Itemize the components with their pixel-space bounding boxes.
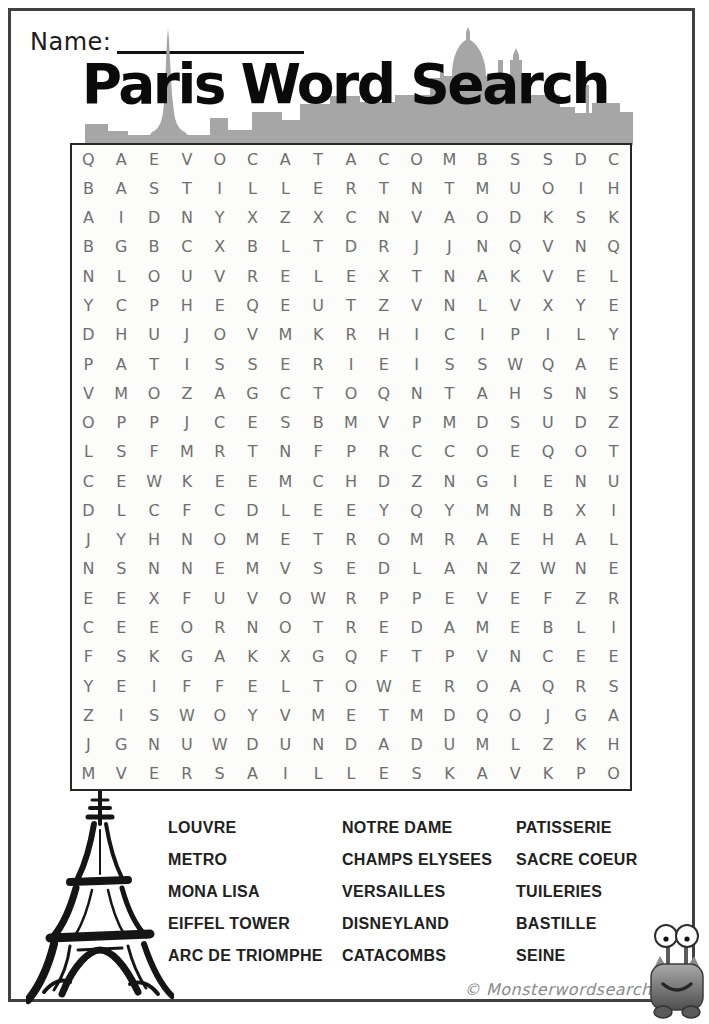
grid-cell[interactable]: E (269, 262, 302, 291)
grid-cell[interactable]: F (203, 672, 236, 701)
grid-cell[interactable]: R (335, 321, 368, 350)
grid-cell[interactable]: C (433, 321, 466, 350)
grid-cell[interactable]: N (138, 555, 171, 584)
grid-cell[interactable]: N (236, 613, 269, 642)
grid-cell[interactable]: N (400, 379, 433, 408)
grid-cell[interactable]: M (466, 613, 499, 642)
grid-cell[interactable]: X (269, 643, 302, 672)
grid-cell[interactable]: Z (367, 291, 400, 320)
grid-cell[interactable]: H (532, 526, 565, 555)
grid-cell[interactable]: N (433, 262, 466, 291)
grid-cell[interactable]: T (302, 379, 335, 408)
grid-cell[interactable]: F (170, 496, 203, 525)
grid-cell[interactable]: W (532, 555, 565, 584)
grid-cell[interactable]: T (138, 350, 171, 379)
grid-cell[interactable]: P (335, 438, 368, 467)
grid-cell[interactable]: L (499, 730, 532, 759)
grid-cell[interactable]: Z (170, 379, 203, 408)
grid-cell[interactable]: V (269, 555, 302, 584)
grid-cell[interactable]: Z (564, 584, 597, 613)
grid-cell[interactable]: T (302, 145, 335, 174)
grid-cell[interactable]: S (433, 350, 466, 379)
grid-cell[interactable]: G (105, 233, 138, 262)
grid-cell[interactable]: P (72, 350, 105, 379)
grid-cell[interactable]: E (597, 643, 630, 672)
grid-cell[interactable]: U (170, 730, 203, 759)
grid-cell[interactable]: D (564, 145, 597, 174)
grid-cell[interactable]: H (335, 467, 368, 496)
grid-cell[interactable]: O (466, 204, 499, 233)
grid-cell[interactable]: J (433, 233, 466, 262)
grid-cell[interactable]: O (499, 701, 532, 730)
grid-cell[interactable]: J (170, 408, 203, 437)
grid-cell[interactable]: M (466, 730, 499, 759)
grid-cell[interactable]: P (367, 584, 400, 613)
grid-cell[interactable]: X (138, 584, 171, 613)
grid-cell[interactable]: E (236, 408, 269, 437)
grid-cell[interactable]: I (203, 174, 236, 203)
grid-cell[interactable]: E (105, 672, 138, 701)
grid-cell[interactable]: G (170, 643, 203, 672)
grid-cell[interactable]: B (236, 233, 269, 262)
grid-cell[interactable]: V (236, 584, 269, 613)
grid-cell[interactable]: S (105, 438, 138, 467)
grid-cell[interactable]: H (138, 526, 171, 555)
grid-cell[interactable]: E (367, 760, 400, 789)
grid-cell[interactable]: J (400, 233, 433, 262)
grid-cell[interactable]: E (335, 701, 368, 730)
grid-cell[interactable]: T (433, 174, 466, 203)
grid-cell[interactable]: O (367, 526, 400, 555)
word-list-item[interactable]: LOUVRE (168, 812, 342, 844)
grid-cell[interactable]: A (72, 204, 105, 233)
grid-cell[interactable]: Y (72, 291, 105, 320)
grid-cell[interactable]: R (564, 672, 597, 701)
grid-cell[interactable]: V (269, 701, 302, 730)
grid-cell[interactable]: T (170, 174, 203, 203)
grid-cell[interactable]: O (597, 760, 630, 789)
grid-cell[interactable]: A (203, 379, 236, 408)
grid-cell[interactable]: M (433, 145, 466, 174)
grid-cell[interactable]: T (367, 174, 400, 203)
grid-cell[interactable]: N (269, 438, 302, 467)
grid-cell[interactable]: A (466, 379, 499, 408)
grid-cell[interactable]: Z (532, 730, 565, 759)
grid-cell[interactable]: R (367, 438, 400, 467)
grid-cell[interactable]: B (532, 613, 565, 642)
grid-cell[interactable]: R (367, 233, 400, 262)
grid-cell[interactable]: U (138, 321, 171, 350)
grid-cell[interactable]: U (203, 584, 236, 613)
grid-cell[interactable]: V (170, 145, 203, 174)
grid-cell[interactable]: U (433, 730, 466, 759)
word-list-item[interactable]: VERSAILLES (342, 876, 516, 908)
grid-cell[interactable]: I (466, 321, 499, 350)
grid-cell[interactable]: E (105, 613, 138, 642)
grid-cell[interactable]: D (367, 555, 400, 584)
grid-cell[interactable]: S (236, 350, 269, 379)
grid-cell[interactable]: E (105, 584, 138, 613)
grid-cell[interactable]: T (400, 262, 433, 291)
grid-cell[interactable]: M (466, 174, 499, 203)
grid-cell[interactable]: G (105, 730, 138, 759)
grid-cell[interactable]: C (72, 467, 105, 496)
grid-cell[interactable]: M (335, 408, 368, 437)
grid-cell[interactable]: A (466, 760, 499, 789)
grid-cell[interactable]: O (532, 174, 565, 203)
grid-cell[interactable]: E (499, 526, 532, 555)
grid-cell[interactable]: N (564, 555, 597, 584)
grid-cell[interactable]: O (203, 526, 236, 555)
grid-cell[interactable]: V (105, 760, 138, 789)
grid-cell[interactable]: F (170, 584, 203, 613)
grid-cell[interactable]: Y (105, 526, 138, 555)
grid-cell[interactable]: Y (433, 496, 466, 525)
grid-cell[interactable]: G (466, 467, 499, 496)
grid-cell[interactable]: N (72, 262, 105, 291)
grid-cell[interactable]: C (72, 613, 105, 642)
grid-cell[interactable]: F (532, 584, 565, 613)
word-list-item[interactable]: ARC DE TRIOMPHE (168, 940, 342, 972)
grid-cell[interactable]: O (138, 262, 171, 291)
grid-cell[interactable]: P (138, 408, 171, 437)
grid-cell[interactable]: H (597, 174, 630, 203)
grid-cell[interactable]: D (72, 496, 105, 525)
grid-cell[interactable]: L (72, 438, 105, 467)
grid-cell[interactable]: I (400, 350, 433, 379)
grid-cell[interactable]: G (564, 701, 597, 730)
grid-cell[interactable]: Y (236, 701, 269, 730)
grid-cell[interactable]: W (170, 701, 203, 730)
grid-cell[interactable]: E (236, 467, 269, 496)
grid-cell[interactable]: C (269, 379, 302, 408)
grid-cell[interactable]: R (203, 438, 236, 467)
word-list-item[interactable]: CATACOMBS (342, 940, 516, 972)
grid-cell[interactable]: K (532, 204, 565, 233)
grid-cell[interactable]: N (499, 496, 532, 525)
grid-cell[interactable]: L (302, 760, 335, 789)
grid-cell[interactable]: S (499, 408, 532, 437)
grid-cell[interactable]: K (138, 643, 171, 672)
grid-cell[interactable]: W (203, 730, 236, 759)
word-list-item[interactable]: CHAMPS ELYSEES (342, 844, 516, 876)
grid-cell[interactable]: Q (400, 496, 433, 525)
grid-cell[interactable]: E (597, 555, 630, 584)
grid-cell[interactable]: E (335, 496, 368, 525)
grid-cell[interactable]: W (302, 584, 335, 613)
grid-cell[interactable]: Z (499, 555, 532, 584)
grid-cell[interactable]: E (499, 584, 532, 613)
grid-cell[interactable]: B (466, 145, 499, 174)
grid-cell[interactable]: Q (532, 438, 565, 467)
grid-cell[interactable]: A (105, 145, 138, 174)
grid-cell[interactable]: K (532, 760, 565, 789)
grid-cell[interactable]: E (203, 291, 236, 320)
grid-cell[interactable]: J (170, 321, 203, 350)
grid-cell[interactable]: W (499, 350, 532, 379)
grid-cell[interactable]: A (466, 526, 499, 555)
grid-cell[interactable]: D (335, 233, 368, 262)
grid-cell[interactable]: Q (597, 233, 630, 262)
grid-cell[interactable]: M (105, 379, 138, 408)
grid-cell[interactable]: T (302, 613, 335, 642)
grid-cell[interactable]: H (499, 379, 532, 408)
grid-cell[interactable]: N (433, 467, 466, 496)
grid-cell[interactable]: E (532, 467, 565, 496)
grid-cell[interactable]: E (138, 613, 171, 642)
grid-cell[interactable]: I (499, 467, 532, 496)
grid-cell[interactable]: D (72, 321, 105, 350)
grid-cell[interactable]: L (302, 262, 335, 291)
grid-cell[interactable]: M (433, 408, 466, 437)
grid-cell[interactable]: V (72, 379, 105, 408)
grid-cell[interactable]: T (433, 379, 466, 408)
grid-cell[interactable]: X (302, 204, 335, 233)
grid-cell[interactable]: O (269, 584, 302, 613)
grid-cell[interactable]: I (335, 350, 368, 379)
grid-cell[interactable]: D (433, 701, 466, 730)
grid-cell[interactable]: B (532, 496, 565, 525)
grid-cell[interactable]: E (269, 291, 302, 320)
word-list-item[interactable]: DISNEYLAND (342, 908, 516, 940)
grid-cell[interactable]: Z (269, 204, 302, 233)
grid-cell[interactable]: I (597, 613, 630, 642)
grid-cell[interactable]: M (269, 321, 302, 350)
grid-cell[interactable]: V (400, 204, 433, 233)
grid-cell[interactable]: H (367, 321, 400, 350)
grid-cell[interactable]: E (302, 496, 335, 525)
grid-cell[interactable]: I (400, 321, 433, 350)
grid-cell[interactable]: O (335, 672, 368, 701)
grid-cell[interactable]: O (170, 613, 203, 642)
grid-cell[interactable]: N (138, 730, 171, 759)
grid-cell[interactable]: C (335, 204, 368, 233)
grid-cell[interactable]: I (597, 496, 630, 525)
grid-cell[interactable]: I (105, 204, 138, 233)
grid-cell[interactable]: Q (532, 350, 565, 379)
grid-cell[interactable]: B (72, 233, 105, 262)
grid-cell[interactable]: N (400, 174, 433, 203)
grid-cell[interactable]: Q (466, 701, 499, 730)
grid-cell[interactable]: D (367, 467, 400, 496)
grid-cell[interactable]: S (597, 379, 630, 408)
grid-cell[interactable]: P (400, 584, 433, 613)
grid-cell[interactable]: U (269, 730, 302, 759)
grid-cell[interactable]: S (532, 145, 565, 174)
grid-cell[interactable]: V (499, 760, 532, 789)
grid-cell[interactable]: E (499, 438, 532, 467)
grid-cell[interactable]: Y (597, 321, 630, 350)
grid-cell[interactable]: M (236, 555, 269, 584)
grid-cell[interactable]: X (367, 262, 400, 291)
grid-cell[interactable]: A (269, 145, 302, 174)
grid-cell[interactable]: V (532, 262, 565, 291)
grid-cell[interactable]: Q (72, 145, 105, 174)
grid-cell[interactable]: Q (335, 643, 368, 672)
grid-cell[interactable]: W (367, 672, 400, 701)
grid-cell[interactable]: N (72, 555, 105, 584)
grid-cell[interactable]: C (433, 438, 466, 467)
grid-cell[interactable]: E (400, 672, 433, 701)
grid-cell[interactable]: N (170, 526, 203, 555)
grid-cell[interactable]: L (466, 291, 499, 320)
grid-cell[interactable]: Y (367, 496, 400, 525)
grid-cell[interactable]: D (499, 204, 532, 233)
grid-cell[interactable]: E (564, 643, 597, 672)
grid-cell[interactable]: T (400, 643, 433, 672)
grid-cell[interactable]: H (170, 291, 203, 320)
grid-cell[interactable]: N (466, 555, 499, 584)
grid-cell[interactable]: I (269, 760, 302, 789)
grid-cell[interactable]: P (105, 408, 138, 437)
grid-cell[interactable]: Q (367, 379, 400, 408)
word-list-item[interactable]: NOTRE DAME (342, 812, 516, 844)
grid-cell[interactable]: B (302, 408, 335, 437)
grid-cell[interactable]: U (499, 174, 532, 203)
grid-cell[interactable]: A (105, 174, 138, 203)
grid-cell[interactable]: C (367, 145, 400, 174)
grid-cell[interactable]: F (302, 438, 335, 467)
grid-cell[interactable]: L (597, 526, 630, 555)
grid-cell[interactable]: M (466, 496, 499, 525)
grid-cell[interactable]: R (236, 262, 269, 291)
grid-cell[interactable]: R (335, 174, 368, 203)
grid-cell[interactable]: A (203, 643, 236, 672)
grid-cell[interactable]: E (302, 174, 335, 203)
grid-cell[interactable]: M (170, 438, 203, 467)
grid-cell[interactable]: K (564, 730, 597, 759)
grid-cell[interactable]: E (236, 672, 269, 701)
grid-cell[interactable]: D (400, 613, 433, 642)
grid-cell[interactable]: E (499, 613, 532, 642)
grid-cell[interactable]: S (532, 379, 565, 408)
grid-cell[interactable]: D (335, 730, 368, 759)
grid-cell[interactable]: L (564, 321, 597, 350)
grid-cell[interactable]: E (269, 526, 302, 555)
grid-cell[interactable]: E (564, 262, 597, 291)
grid-cell[interactable]: Y (72, 672, 105, 701)
grid-cell[interactable]: C (203, 496, 236, 525)
grid-cell[interactable]: E (203, 467, 236, 496)
grid-cell[interactable]: N (499, 643, 532, 672)
grid-cell[interactable]: T (597, 438, 630, 467)
grid-cell[interactable]: O (203, 701, 236, 730)
word-list-item[interactable]: TUILERIES (516, 876, 696, 908)
grid-cell[interactable]: L (269, 174, 302, 203)
grid-cell[interactable]: F (72, 643, 105, 672)
grid-cell[interactable]: I (138, 672, 171, 701)
grid-cell[interactable]: L (269, 496, 302, 525)
grid-cell[interactable]: L (105, 262, 138, 291)
grid-cell[interactable]: E (433, 584, 466, 613)
grid-cell[interactable]: Y (564, 291, 597, 320)
grid-cell[interactable]: I (170, 350, 203, 379)
grid-cell[interactable]: S (203, 760, 236, 789)
word-list-item[interactable]: METRO (168, 844, 342, 876)
grid-cell[interactable]: N (170, 204, 203, 233)
grid-cell[interactable]: A (236, 760, 269, 789)
grid-cell[interactable]: D (236, 496, 269, 525)
grid-cell[interactable]: M (400, 701, 433, 730)
grid-cell[interactable]: U (170, 262, 203, 291)
grid-cell[interactable]: S (302, 555, 335, 584)
grid-cell[interactable]: Y (203, 204, 236, 233)
grid-cell[interactable]: N (564, 467, 597, 496)
grid-cell[interactable]: V (203, 262, 236, 291)
grid-cell[interactable]: P (400, 408, 433, 437)
grid-cell[interactable]: C (203, 408, 236, 437)
grid-cell[interactable]: K (302, 321, 335, 350)
grid-cell[interactable]: B (138, 233, 171, 262)
grid-cell[interactable]: U (532, 408, 565, 437)
grid-cell[interactable]: X (532, 291, 565, 320)
grid-cell[interactable]: C (105, 291, 138, 320)
grid-cell[interactable]: C (138, 496, 171, 525)
grid-cell[interactable]: N (433, 291, 466, 320)
grid-cell[interactable]: E (138, 145, 171, 174)
grid-cell[interactable]: A (597, 701, 630, 730)
grid-cell[interactable]: L (269, 233, 302, 262)
grid-cell[interactable]: Q (499, 233, 532, 262)
grid-cell[interactable]: Z (597, 408, 630, 437)
grid-cell[interactable]: N (564, 233, 597, 262)
grid-cell[interactable]: N (302, 730, 335, 759)
grid-cell[interactable]: S (138, 701, 171, 730)
grid-cell[interactable]: E (335, 555, 368, 584)
grid-cell[interactable]: M (72, 760, 105, 789)
grid-cell[interactable]: G (236, 379, 269, 408)
grid-cell[interactable]: L (400, 555, 433, 584)
grid-cell[interactable]: F (138, 438, 171, 467)
grid-cell[interactable]: D (564, 408, 597, 437)
grid-cell[interactable]: E (269, 350, 302, 379)
grid-cell[interactable]: S (105, 555, 138, 584)
word-list-item[interactable]: MONA LISA (168, 876, 342, 908)
grid-cell[interactable]: N (367, 204, 400, 233)
grid-cell[interactable]: A (335, 145, 368, 174)
grid-cell[interactable]: Z (400, 467, 433, 496)
grid-cell[interactable]: O (335, 379, 368, 408)
grid-cell[interactable]: O (466, 438, 499, 467)
grid-cell[interactable]: S (499, 145, 532, 174)
grid-cell[interactable]: O (466, 672, 499, 701)
grid-cell[interactable]: A (466, 262, 499, 291)
grid-cell[interactable]: R (335, 584, 368, 613)
grid-cell[interactable]: V (236, 321, 269, 350)
grid-cell[interactable]: E (367, 613, 400, 642)
grid-cell[interactable]: L (236, 174, 269, 203)
grid-cell[interactable]: H (597, 730, 630, 759)
grid-cell[interactable]: E (138, 760, 171, 789)
grid-cell[interactable]: E (597, 350, 630, 379)
grid-cell[interactable]: O (269, 613, 302, 642)
grid-cell[interactable]: T (367, 701, 400, 730)
grid-cell[interactable]: T (302, 526, 335, 555)
grid-cell[interactable]: J (532, 701, 565, 730)
grid-cell[interactable]: P (433, 643, 466, 672)
grid-cell[interactable]: X (203, 233, 236, 262)
grid-cell[interactable]: T (302, 233, 335, 262)
grid-cell[interactable]: R (433, 672, 466, 701)
grid-cell[interactable]: J (72, 526, 105, 555)
grid-cell[interactable]: O (72, 408, 105, 437)
grid-cell[interactable]: T (335, 291, 368, 320)
grid-cell[interactable]: I (105, 701, 138, 730)
grid-cell[interactable]: S (597, 672, 630, 701)
grid-cell[interactable]: Z (72, 701, 105, 730)
grid-cell[interactable]: Q (532, 672, 565, 701)
grid-cell[interactable]: P (564, 760, 597, 789)
